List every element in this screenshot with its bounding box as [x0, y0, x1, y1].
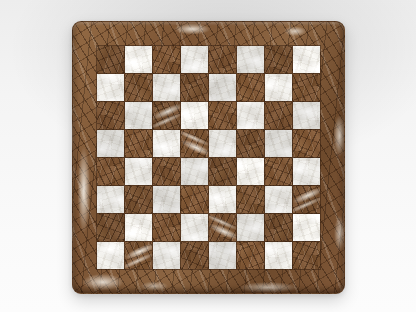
board-square[interactable] [97, 158, 124, 185]
board-square[interactable] [153, 186, 180, 213]
board-square[interactable] [125, 130, 152, 157]
board-square[interactable] [153, 46, 180, 73]
board-square[interactable] [209, 46, 236, 73]
board-square[interactable] [97, 74, 124, 101]
board-square[interactable] [265, 214, 292, 241]
chess-board [72, 21, 345, 294]
board-square[interactable] [237, 46, 264, 73]
board-square[interactable] [237, 158, 264, 185]
board-square[interactable] [181, 46, 208, 73]
board-square[interactable] [209, 102, 236, 129]
board-square[interactable] [125, 186, 152, 213]
board-square[interactable] [237, 214, 264, 241]
board-square[interactable] [293, 158, 320, 185]
board-grid [97, 46, 320, 269]
board-square[interactable] [237, 242, 264, 269]
board-square[interactable] [97, 46, 124, 73]
board-square[interactable] [153, 158, 180, 185]
board-square[interactable] [153, 130, 180, 157]
board-square[interactable] [125, 242, 152, 269]
board-square[interactable] [153, 74, 180, 101]
board-square[interactable] [293, 214, 320, 241]
board-square[interactable] [97, 130, 124, 157]
board-square[interactable] [237, 74, 264, 101]
board-square[interactable] [181, 130, 208, 157]
board-square[interactable] [237, 130, 264, 157]
board-square[interactable] [293, 242, 320, 269]
board-square[interactable] [125, 158, 152, 185]
board-square[interactable] [153, 214, 180, 241]
board-square[interactable] [293, 130, 320, 157]
board-square[interactable] [181, 242, 208, 269]
board-square[interactable] [265, 46, 292, 73]
board-square[interactable] [181, 186, 208, 213]
board-square[interactable] [97, 186, 124, 213]
board-square[interactable] [293, 74, 320, 101]
board-square[interactable] [125, 74, 152, 101]
board-square[interactable] [209, 74, 236, 101]
board-square[interactable] [237, 102, 264, 129]
board-square[interactable] [97, 214, 124, 241]
board-square[interactable] [181, 214, 208, 241]
board-square[interactable] [209, 158, 236, 185]
board-square[interactable] [209, 242, 236, 269]
board-square[interactable] [265, 158, 292, 185]
board-square[interactable] [97, 102, 124, 129]
board-square[interactable] [265, 74, 292, 101]
board-square[interactable] [265, 102, 292, 129]
board-square[interactable] [293, 46, 320, 73]
board-square[interactable] [293, 102, 320, 129]
board-square[interactable] [237, 186, 264, 213]
board-square[interactable] [265, 242, 292, 269]
board-square[interactable] [125, 102, 152, 129]
photo-background [0, 0, 416, 312]
board-square[interactable] [125, 46, 152, 73]
board-square[interactable] [97, 242, 124, 269]
board-square[interactable] [153, 102, 180, 129]
board-square[interactable] [265, 186, 292, 213]
board-square[interactable] [181, 158, 208, 185]
board-square[interactable] [209, 130, 236, 157]
board-square[interactable] [181, 74, 208, 101]
board-square[interactable] [153, 242, 180, 269]
board-square[interactable] [265, 130, 292, 157]
board-square[interactable] [125, 214, 152, 241]
board-square[interactable] [209, 214, 236, 241]
board-square[interactable] [209, 186, 236, 213]
board-square[interactable] [293, 186, 320, 213]
board-square[interactable] [181, 102, 208, 129]
